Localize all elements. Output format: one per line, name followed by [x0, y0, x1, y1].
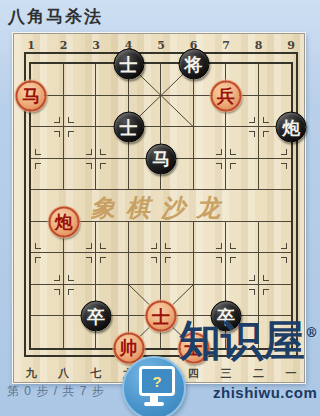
red-cannon-piece[interactable]: 炮 [48, 206, 79, 237]
red-advisor-piece[interactable]: 士 [146, 301, 177, 332]
coordinate-label: 七 [91, 366, 102, 381]
point-marker [263, 117, 269, 123]
point-marker [216, 257, 222, 263]
point-marker [86, 149, 92, 155]
board-cell [96, 190, 129, 222]
coordinate-label: 三 [221, 366, 232, 381]
coordinate-label: 7 [222, 39, 230, 52]
page: 八角马杀法 123456789 九八七六五四三二一 象棋沙龙 士将马兵士炮马炮卒… [0, 0, 320, 416]
board-grid: 象棋沙龙 士将马兵士炮马炮卒士卒帅士 [29, 62, 293, 350]
black-advisor-piece[interactable]: 士 [113, 49, 144, 80]
point-marker [86, 243, 92, 249]
board-cell [259, 190, 292, 222]
point-marker [249, 275, 255, 281]
point-marker [68, 275, 74, 281]
help-button[interactable]: ? [122, 356, 186, 416]
black-advisor-piece[interactable]: 士 [113, 112, 144, 143]
point-marker [100, 257, 106, 263]
board-cell [31, 316, 64, 348]
point-marker [281, 149, 287, 155]
board-cell [226, 190, 259, 222]
point-marker [100, 163, 106, 169]
point-marker [263, 289, 269, 295]
board-cell [259, 64, 292, 96]
point-marker [263, 275, 269, 281]
black-soldier-piece[interactable]: 卒 [81, 301, 112, 332]
page-title: 八角马杀法 [8, 5, 103, 28]
point-marker [68, 131, 74, 137]
point-marker [249, 117, 255, 123]
point-marker [100, 243, 106, 249]
point-marker [230, 257, 236, 263]
board-cell [64, 64, 97, 96]
board-cell [161, 190, 194, 222]
point-marker [249, 131, 255, 137]
point-marker [86, 257, 92, 263]
zhishiwu-watermark: 知识屋® [179, 320, 318, 362]
registered-mark-icon: ® [305, 325, 318, 340]
coordinate-label: 8 [255, 39, 263, 52]
coordinate-label: 5 [157, 39, 165, 52]
point-marker [54, 289, 60, 295]
point-marker [54, 275, 60, 281]
coordinate-label: 2 [60, 39, 68, 52]
black-general-piece[interactable]: 将 [178, 49, 209, 80]
point-marker [216, 163, 222, 169]
point-marker [281, 243, 287, 249]
point-marker [68, 117, 74, 123]
coordinate-label: 3 [92, 39, 100, 52]
zhishiwu-url: zhishiwu.com [213, 384, 317, 401]
monitor-question-icon: ? [139, 366, 175, 396]
coordinate-label: 一 [286, 366, 297, 381]
step-counter: 第 0 步 / 共 7 步 [7, 383, 105, 400]
red-soldier-piece[interactable]: 兵 [211, 80, 242, 111]
point-marker [86, 163, 92, 169]
point-marker [35, 243, 41, 249]
point-marker [230, 149, 236, 155]
point-marker [281, 163, 287, 169]
point-marker [151, 243, 157, 249]
board-cell [129, 190, 162, 222]
black-cannon-piece[interactable]: 炮 [276, 112, 307, 143]
point-marker [68, 289, 74, 295]
coordinate-label: 四 [188, 366, 199, 381]
coordinate-label: 八 [58, 366, 69, 381]
coordinate-label: 1 [27, 39, 35, 52]
board-cell [161, 96, 194, 128]
coordinate-label: 九 [26, 366, 37, 381]
point-marker [100, 149, 106, 155]
point-marker [151, 257, 157, 263]
point-marker [54, 117, 60, 123]
black-horse-piece[interactable]: 马 [146, 143, 177, 174]
point-marker [216, 149, 222, 155]
point-marker [230, 163, 236, 169]
point-marker [35, 163, 41, 169]
point-marker [263, 131, 269, 137]
point-marker [281, 257, 287, 263]
point-marker [216, 243, 222, 249]
point-marker [35, 149, 41, 155]
monitor-base [144, 402, 164, 406]
point-marker [35, 257, 41, 263]
point-marker [165, 257, 171, 263]
red-horse-piece[interactable]: 马 [16, 80, 47, 111]
board-cell [194, 190, 227, 222]
point-marker [165, 243, 171, 249]
point-marker [230, 243, 236, 249]
point-marker [54, 131, 60, 137]
point-marker [249, 289, 255, 295]
coordinate-label: 9 [287, 39, 295, 52]
coordinate-label: 二 [253, 366, 264, 381]
